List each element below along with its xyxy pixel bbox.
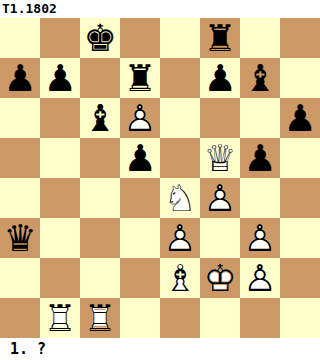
square-e2[interactable]: ♝♗ (160, 258, 200, 298)
chess-board: ♚♜♟♟♜♟♝♝♟♙♟♟♛♕♟♞♘♟♙♛♟♙♟♙♝♗♚♔♟♙♜♖♜♖ (0, 18, 320, 338)
piece-black-pawn[interactable]: ♟ (240, 138, 280, 178)
square-b1[interactable]: ♜♖ (40, 298, 80, 338)
square-d8[interactable] (120, 18, 160, 58)
square-d3[interactable] (120, 218, 160, 258)
square-g6[interactable] (240, 98, 280, 138)
square-d5[interactable]: ♟ (120, 138, 160, 178)
square-h8[interactable] (280, 18, 320, 58)
footer-bar: 1. ? (0, 338, 320, 360)
white-bishop-glyph: ♗ (160, 258, 200, 298)
square-a1[interactable] (0, 298, 40, 338)
square-e8[interactable] (160, 18, 200, 58)
square-b8[interactable] (40, 18, 80, 58)
square-d6[interactable]: ♟♙ (120, 98, 160, 138)
square-h6[interactable]: ♟ (280, 98, 320, 138)
black-pawn-glyph: ♟ (200, 58, 240, 98)
square-a2[interactable] (0, 258, 40, 298)
black-pawn-glyph: ♟ (0, 58, 40, 98)
square-c2[interactable] (80, 258, 120, 298)
square-e7[interactable] (160, 58, 200, 98)
square-c4[interactable] (80, 178, 120, 218)
square-e5[interactable] (160, 138, 200, 178)
white-pawn-glyph: ♙ (120, 98, 160, 138)
black-pawn-glyph: ♟ (240, 138, 280, 178)
square-d2[interactable] (120, 258, 160, 298)
square-h1[interactable] (280, 298, 320, 338)
square-f6[interactable] (200, 98, 240, 138)
piece-black-pawn[interactable]: ♟ (40, 58, 80, 98)
piece-white-pawn[interactable]: ♟♙ (240, 218, 280, 258)
square-f3[interactable] (200, 218, 240, 258)
piece-white-knight[interactable]: ♞♘ (160, 178, 200, 218)
piece-white-pawn[interactable]: ♟♙ (200, 178, 240, 218)
piece-white-rook[interactable]: ♜♖ (40, 298, 80, 338)
black-rook-glyph: ♜ (200, 18, 240, 58)
square-e4[interactable]: ♞♘ (160, 178, 200, 218)
square-h2[interactable] (280, 258, 320, 298)
square-c7[interactable] (80, 58, 120, 98)
square-f7[interactable]: ♟ (200, 58, 240, 98)
white-queen-glyph: ♕ (200, 138, 240, 178)
square-d4[interactable] (120, 178, 160, 218)
white-rook-glyph: ♖ (40, 298, 80, 338)
white-pawn-glyph: ♙ (200, 178, 240, 218)
square-b5[interactable] (40, 138, 80, 178)
piece-black-rook[interactable]: ♜ (200, 18, 240, 58)
black-pawn-glyph: ♟ (120, 138, 160, 178)
square-f4[interactable]: ♟♙ (200, 178, 240, 218)
square-f8[interactable]: ♜ (200, 18, 240, 58)
piece-black-queen[interactable]: ♛ (0, 218, 40, 258)
square-g1[interactable] (240, 298, 280, 338)
piece-black-pawn[interactable]: ♟ (200, 58, 240, 98)
square-h3[interactable] (280, 218, 320, 258)
header-bar: T1.1802 (0, 0, 320, 18)
square-h4[interactable] (280, 178, 320, 218)
square-h5[interactable] (280, 138, 320, 178)
white-pawn-glyph: ♙ (240, 218, 280, 258)
white-knight-glyph: ♘ (160, 178, 200, 218)
black-rook-glyph: ♜ (120, 58, 160, 98)
square-b7[interactable]: ♟ (40, 58, 80, 98)
square-c5[interactable] (80, 138, 120, 178)
move-prompt: 1. ? (0, 338, 46, 360)
square-e6[interactable] (160, 98, 200, 138)
black-pawn-glyph: ♟ (40, 58, 80, 98)
square-b2[interactable] (40, 258, 80, 298)
square-c1[interactable]: ♜♖ (80, 298, 120, 338)
square-a5[interactable] (0, 138, 40, 178)
square-a4[interactable] (0, 178, 40, 218)
puzzle-title: T1.1802 (0, 0, 57, 18)
square-a7[interactable]: ♟ (0, 58, 40, 98)
square-f5[interactable]: ♛♕ (200, 138, 240, 178)
square-g3[interactable]: ♟♙ (240, 218, 280, 258)
piece-white-rook[interactable]: ♜♖ (80, 298, 120, 338)
square-g7[interactable]: ♝ (240, 58, 280, 98)
white-pawn-glyph: ♙ (240, 258, 280, 298)
piece-white-pawn[interactable]: ♟♙ (160, 218, 200, 258)
square-g2[interactable]: ♟♙ (240, 258, 280, 298)
square-d1[interactable] (120, 298, 160, 338)
square-f2[interactable]: ♚♔ (200, 258, 240, 298)
black-pawn-glyph: ♟ (280, 98, 320, 138)
square-g5[interactable]: ♟ (240, 138, 280, 178)
black-bishop-glyph: ♝ (80, 98, 120, 138)
black-bishop-glyph: ♝ (240, 58, 280, 98)
white-pawn-glyph: ♙ (160, 218, 200, 258)
square-h7[interactable] (280, 58, 320, 98)
square-f1[interactable] (200, 298, 240, 338)
square-c3[interactable] (80, 218, 120, 258)
piece-black-rook[interactable]: ♜ (120, 58, 160, 98)
piece-white-bishop[interactable]: ♝♗ (160, 258, 200, 298)
square-b3[interactable] (40, 218, 80, 258)
piece-black-bishop[interactable]: ♝ (80, 98, 120, 138)
piece-black-pawn[interactable]: ♟ (280, 98, 320, 138)
white-rook-glyph: ♖ (80, 298, 120, 338)
piece-white-queen[interactable]: ♛♕ (200, 138, 240, 178)
white-king-glyph: ♔ (200, 258, 240, 298)
piece-black-king[interactable]: ♚ (80, 18, 120, 58)
piece-black-pawn[interactable]: ♟ (120, 138, 160, 178)
piece-black-bishop[interactable]: ♝ (240, 58, 280, 98)
square-c8[interactable]: ♚ (80, 18, 120, 58)
square-a8[interactable] (0, 18, 40, 58)
square-d7[interactable]: ♜ (120, 58, 160, 98)
black-king-glyph: ♚ (80, 18, 120, 58)
square-c6[interactable]: ♝ (80, 98, 120, 138)
piece-white-pawn[interactable]: ♟♙ (120, 98, 160, 138)
square-a6[interactable] (0, 98, 40, 138)
square-e3[interactable]: ♟♙ (160, 218, 200, 258)
square-e1[interactable] (160, 298, 200, 338)
square-a3[interactable]: ♛ (0, 218, 40, 258)
square-g8[interactable] (240, 18, 280, 58)
piece-black-pawn[interactable]: ♟ (0, 58, 40, 98)
square-b4[interactable] (40, 178, 80, 218)
piece-white-pawn[interactable]: ♟♙ (240, 258, 280, 298)
square-g4[interactable] (240, 178, 280, 218)
piece-white-king[interactable]: ♚♔ (200, 258, 240, 298)
black-queen-glyph: ♛ (0, 218, 40, 258)
square-b6[interactable] (40, 98, 80, 138)
